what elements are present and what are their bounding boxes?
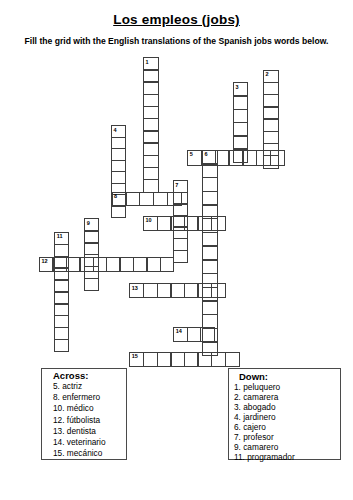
worksheet: Los empleos (jobs) Fill the grid with th…: [0, 0, 353, 500]
across-list: 5. actriz8. enfermero10. médico12. fútbo…: [53, 381, 126, 459]
clue-item: 6. cajero: [234, 422, 340, 432]
clue-item: 5. actriz: [53, 381, 126, 392]
word-1-down: 1: [143, 57, 159, 193]
cell-8-5[interactable]: [167, 192, 182, 207]
down-clues-box: Down: 1. peluquero2. camarera3. abogado4…: [228, 368, 341, 460]
clue-item: 12. fútbolista: [53, 415, 126, 426]
cell-1-11[interactable]: [143, 179, 159, 193]
clue-number: 15: [132, 353, 138, 359]
cell-15-8[interactable]: [225, 352, 240, 367]
clue-number: 9: [87, 220, 90, 226]
clue-number: 5: [190, 151, 193, 157]
clue-number: 6: [205, 151, 208, 157]
clue-number: 4: [114, 127, 117, 133]
clue-item: 1. peluquero: [234, 382, 340, 392]
word-9-down: 9: [84, 218, 99, 291]
clue-number: 1: [146, 59, 149, 65]
clue-item: 10. médico: [53, 403, 126, 414]
clue-number: 13: [132, 285, 138, 291]
word-8-across: 8: [112, 192, 182, 207]
word-14-across: 14: [173, 327, 214, 342]
cell-7-7[interactable]: [173, 250, 188, 263]
clue-item: 3. abogado: [234, 402, 340, 412]
cell-11-10[interactable]: [54, 339, 69, 352]
clue-number: 8: [114, 193, 117, 199]
clue-item: 11. programador: [234, 452, 340, 462]
cell-12-10[interactable]: [160, 257, 175, 272]
clue-item: 4. jardinero: [234, 412, 340, 422]
cell-9-6[interactable]: [84, 278, 99, 291]
clue-item: 7. profesor: [234, 432, 340, 442]
clue-number: 2: [266, 71, 269, 77]
word-12-across: 12: [39, 257, 174, 272]
across-clues-box: Across: 5. actriz8. enfermero10. médico1…: [41, 368, 127, 460]
clue-item: 15. mecánico: [53, 448, 126, 459]
clue-number: 14: [176, 328, 182, 334]
across-heading: Across:: [53, 370, 126, 381]
cell-10-6[interactable]: [211, 216, 226, 231]
word-6-down: 6: [202, 150, 218, 357]
clue-item: 8. enfermero: [53, 392, 126, 403]
cell-13-7[interactable]: [211, 283, 226, 298]
cell-5-7[interactable]: [270, 150, 285, 166]
clue-item: 9. camarero: [234, 442, 340, 452]
clue-number: 10: [146, 217, 152, 223]
clue-item: 2. camarera: [234, 392, 340, 402]
clue-number: 12: [42, 258, 48, 264]
clue-number: 7: [175, 182, 178, 188]
down-heading: Down:: [234, 371, 340, 382]
cell-4-8[interactable]: [111, 206, 126, 219]
word-11-down: 11: [54, 232, 69, 352]
clue-number: 11: [57, 233, 63, 239]
cell-14-3[interactable]: [200, 327, 215, 342]
down-list: 1. peluquero2. camarera3. abogado4. jard…: [234, 382, 340, 462]
clue-number: 3: [236, 84, 239, 90]
clue-item: 14. veterinario: [53, 437, 126, 448]
word-13-across: 13: [129, 283, 226, 298]
word-15-across: 15: [129, 352, 239, 367]
clue-item: 13. dentista: [53, 426, 126, 437]
word-10-across: 10: [143, 216, 226, 231]
